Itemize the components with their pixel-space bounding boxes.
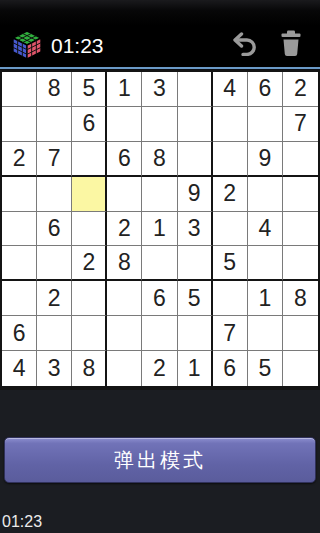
- trash-button[interactable]: [268, 25, 314, 65]
- sudoku-cell-r3c7[interactable]: [213, 142, 248, 177]
- sudoku-cell-r4c4[interactable]: [107, 177, 142, 212]
- sudoku-cell-r8c6[interactable]: [178, 316, 213, 351]
- sudoku-cell-r6c7[interactable]: 5: [213, 246, 248, 281]
- sudoku-cell-r7c2[interactable]: 2: [37, 281, 72, 316]
- sudoku-cell-r5c1[interactable]: [2, 212, 37, 247]
- sudoku-cell-r5c7[interactable]: [213, 212, 248, 247]
- sudoku-cell-r1c3[interactable]: 5: [72, 72, 107, 107]
- sudoku-cell-r6c8[interactable]: [248, 246, 283, 281]
- sudoku-cell-r1c1[interactable]: [2, 72, 37, 107]
- sudoku-cell-r1c8[interactable]: 6: [248, 72, 283, 107]
- sudoku-cell-r6c3[interactable]: 2: [72, 246, 107, 281]
- sudoku-cell-r5c6[interactable]: 3: [178, 212, 213, 247]
- sudoku-cell-r6c6[interactable]: [178, 246, 213, 281]
- sudoku-cell-r9c9[interactable]: [283, 351, 318, 386]
- sudoku-cell-r7c9[interactable]: 8: [283, 281, 318, 316]
- sudoku-cell-r3c9[interactable]: [283, 142, 318, 177]
- sudoku-cell-r3c8[interactable]: 9: [248, 142, 283, 177]
- sudoku-cell-r9c1[interactable]: 4: [2, 351, 37, 386]
- sudoku-cell-r9c4[interactable]: [107, 351, 142, 386]
- sudoku-cell-r2c7[interactable]: [213, 107, 248, 142]
- sudoku-cell-r5c5[interactable]: 1: [142, 212, 177, 247]
- undo-button[interactable]: [222, 25, 268, 65]
- sudoku-cell-r9c8[interactable]: 5: [248, 351, 283, 386]
- sudoku-cell-r5c2[interactable]: 6: [37, 212, 72, 247]
- sudoku-cell-r5c9[interactable]: [283, 212, 318, 247]
- sudoku-cell-r3c5[interactable]: 8: [142, 142, 177, 177]
- sudoku-cell-r5c4[interactable]: 2: [107, 212, 142, 247]
- sudoku-cell-r7c3[interactable]: [72, 281, 107, 316]
- sudoku-cell-r7c1[interactable]: [2, 281, 37, 316]
- sudoku-cell-r8c3[interactable]: [72, 316, 107, 351]
- sudoku-cell-r1c2[interactable]: 8: [37, 72, 72, 107]
- sudoku-cell-r1c7[interactable]: 4: [213, 72, 248, 107]
- sudoku-cell-r4c3-selected[interactable]: [72, 177, 107, 212]
- rubiks-cube-icon: [10, 28, 44, 62]
- sudoku-board: 85134626727689926213428526518674382165: [0, 70, 320, 390]
- sudoku-cell-r9c2[interactable]: 3: [37, 351, 72, 386]
- sudoku-cell-r8c2[interactable]: [37, 316, 72, 351]
- sudoku-cell-r8c7[interactable]: 7: [213, 316, 248, 351]
- sudoku-cell-r4c2[interactable]: [37, 177, 72, 212]
- sudoku-cell-r4c8[interactable]: [248, 177, 283, 212]
- sudoku-cell-r6c1[interactable]: [2, 246, 37, 281]
- sudoku-cell-r5c3[interactable]: [72, 212, 107, 247]
- sudoku-cell-r6c5[interactable]: [142, 246, 177, 281]
- sudoku-cell-r8c8[interactable]: [248, 316, 283, 351]
- sudoku-cell-r7c4[interactable]: [107, 281, 142, 316]
- sudoku-cell-r3c4[interactable]: 6: [107, 142, 142, 177]
- sudoku-cell-r9c5[interactable]: 2: [142, 351, 177, 386]
- sudoku-cell-r3c1[interactable]: 2: [2, 142, 37, 177]
- sudoku-cell-r5c8[interactable]: 4: [248, 212, 283, 247]
- sudoku-cell-r7c6[interactable]: 5: [178, 281, 213, 316]
- sudoku-cell-r2c2[interactable]: [37, 107, 72, 142]
- sudoku-cell-r4c7[interactable]: 2: [213, 177, 248, 212]
- sudoku-cell-r6c9[interactable]: [283, 246, 318, 281]
- sudoku-cell-r2c9[interactable]: 7: [283, 107, 318, 142]
- sudoku-cell-r9c3[interactable]: 8: [72, 351, 107, 386]
- sudoku-cell-r1c9[interactable]: 2: [283, 72, 318, 107]
- sudoku-cell-r6c2[interactable]: [37, 246, 72, 281]
- top-bar: 01:23: [0, 0, 320, 66]
- sudoku-cell-r3c6[interactable]: [178, 142, 213, 177]
- sudoku-cell-r1c4[interactable]: 1: [107, 72, 142, 107]
- sudoku-cell-r7c8[interactable]: 1: [248, 281, 283, 316]
- sudoku-cell-r6c4[interactable]: 8: [107, 246, 142, 281]
- app-screen: 01:23 8513462672768992621342852651867438…: [0, 0, 320, 533]
- sudoku-cell-r8c5[interactable]: [142, 316, 177, 351]
- timer: 01:23: [51, 35, 104, 56]
- trash-icon: [280, 30, 302, 60]
- sudoku-cell-r7c5[interactable]: 6: [142, 281, 177, 316]
- sudoku-cell-r2c8[interactable]: [248, 107, 283, 142]
- sudoku-cell-r8c4[interactable]: [107, 316, 142, 351]
- sudoku-cell-r4c5[interactable]: [142, 177, 177, 212]
- sudoku-cell-r4c9[interactable]: [283, 177, 318, 212]
- sudoku-cell-r2c5[interactable]: [142, 107, 177, 142]
- sudoku-cell-r9c7[interactable]: 6: [213, 351, 248, 386]
- sudoku-cell-r1c5[interactable]: 3: [142, 72, 177, 107]
- popup-mode-button[interactable]: 弹出模式: [4, 437, 316, 483]
- sudoku-cell-r2c4[interactable]: [107, 107, 142, 142]
- sudoku-cell-r4c6[interactable]: 9: [178, 177, 213, 212]
- sudoku-cell-r7c7[interactable]: [213, 281, 248, 316]
- sudoku-cell-r3c2[interactable]: 7: [37, 142, 72, 177]
- sudoku-cell-r2c1[interactable]: [2, 107, 37, 142]
- sudoku-cell-r8c1[interactable]: 6: [2, 316, 37, 351]
- sudoku-cell-r2c3[interactable]: 6: [72, 107, 107, 142]
- sudoku-cell-r8c9[interactable]: [283, 316, 318, 351]
- sudoku-cell-r4c1[interactable]: [2, 177, 37, 212]
- undo-icon: [231, 32, 259, 59]
- sudoku-cell-r9c6[interactable]: 1: [178, 351, 213, 386]
- sudoku-cell-r3c3[interactable]: [72, 142, 107, 177]
- bottom-timer: 01:23: [2, 513, 42, 531]
- bottom-panel: 弹出模式 01:23: [0, 390, 320, 533]
- sudoku-cell-r1c6[interactable]: [178, 72, 213, 107]
- sudoku-cell-r2c6[interactable]: [178, 107, 213, 142]
